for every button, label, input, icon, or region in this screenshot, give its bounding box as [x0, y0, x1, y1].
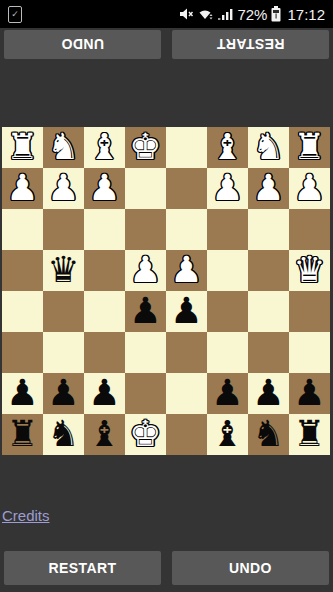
square-d3[interactable]	[166, 209, 207, 250]
square-c2[interactable]: ♟	[207, 168, 248, 209]
square-f2[interactable]: ♟	[84, 168, 125, 209]
piece-bP-d5[interactable]: ♟	[170, 290, 202, 331]
square-d8[interactable]	[166, 414, 207, 455]
square-a2[interactable]: ♟	[289, 168, 330, 209]
piece-bP-a7[interactable]: ♟	[293, 372, 325, 413]
piece-wK-e1[interactable]: ♚	[129, 126, 161, 167]
square-a3[interactable]	[289, 209, 330, 250]
square-g2[interactable]: ♟	[43, 168, 84, 209]
bottom-controls: RESTART UNDO	[0, 551, 333, 585]
square-f6[interactable]	[84, 332, 125, 373]
piece-wP-f2[interactable]: ♟	[88, 167, 120, 208]
square-e6[interactable]	[125, 332, 166, 373]
piece-bR-a8[interactable]: ♜	[293, 413, 325, 454]
square-b1[interactable]: ♞	[248, 127, 289, 168]
top-controls: UNDO RESTART	[0, 30, 333, 59]
piece-wP-b2[interactable]: ♟	[252, 167, 284, 208]
square-b4[interactable]	[248, 250, 289, 291]
notification-checkbox-icon: ✓	[8, 6, 22, 23]
clock-time: 17:12	[287, 6, 325, 23]
square-b7[interactable]: ♟	[248, 373, 289, 414]
wifi-icon	[198, 7, 214, 21]
square-a6[interactable]	[289, 332, 330, 373]
square-f4[interactable]	[84, 250, 125, 291]
undo-button[interactable]: UNDO	[172, 551, 329, 585]
square-d4[interactable]: ♟	[166, 250, 207, 291]
piece-wR-h1[interactable]: ♜	[6, 126, 38, 167]
piece-bN-b8[interactable]: ♞	[252, 413, 284, 454]
square-g3[interactable]	[43, 209, 84, 250]
undo-button-top-rotated[interactable]: UNDO	[4, 30, 161, 59]
square-d5[interactable]: ♟	[166, 291, 207, 332]
square-g1[interactable]: ♞	[43, 127, 84, 168]
piece-wQ-a4[interactable]: ♛	[293, 249, 325, 290]
square-h7[interactable]: ♟	[2, 373, 43, 414]
square-c5[interactable]	[207, 291, 248, 332]
square-e7[interactable]	[125, 373, 166, 414]
square-h1[interactable]: ♜	[2, 127, 43, 168]
square-d7[interactable]	[166, 373, 207, 414]
piece-wP-c2[interactable]: ♟	[211, 167, 243, 208]
square-f7[interactable]: ♟	[84, 373, 125, 414]
square-g6[interactable]	[43, 332, 84, 373]
piece-wP-g2[interactable]: ♟	[47, 167, 79, 208]
mute-icon	[179, 7, 194, 21]
piece-bP-c7[interactable]: ♟	[211, 372, 243, 413]
chess-board: ♜♞♝♚♝♞♜♟♟♟♟♟♟♛♟♟♛♟♟♟♟♟♟♟♟♜♞♝♚♝♞♜	[2, 127, 330, 455]
piece-bP-e5[interactable]: ♟	[129, 290, 161, 331]
battery-percent: 72%	[237, 6, 267, 23]
square-b8[interactable]: ♞	[248, 414, 289, 455]
square-h4[interactable]	[2, 250, 43, 291]
square-d2[interactable]	[166, 168, 207, 209]
square-g5[interactable]	[43, 291, 84, 332]
square-h2[interactable]: ♟	[2, 168, 43, 209]
square-c4[interactable]	[207, 250, 248, 291]
piece-bP-f7[interactable]: ♟	[88, 372, 120, 413]
square-e3[interactable]	[125, 209, 166, 250]
square-c8[interactable]: ♝	[207, 414, 248, 455]
piece-wR-a1[interactable]: ♜	[293, 126, 325, 167]
square-e1[interactable]: ♚	[125, 127, 166, 168]
piece-bP-g7[interactable]: ♟	[47, 372, 79, 413]
piece-bP-h7[interactable]: ♟	[6, 372, 38, 413]
piece-bR-h8[interactable]: ♜	[6, 413, 38, 454]
piece-wP-h2[interactable]: ♟	[6, 167, 38, 208]
restart-button[interactable]: RESTART	[4, 551, 161, 585]
credits-link[interactable]: Credits	[2, 507, 50, 524]
piece-wN-g1[interactable]: ♞	[47, 126, 79, 167]
status-right: 72% 17:12	[179, 6, 325, 23]
square-g4[interactable]: ♛	[43, 250, 84, 291]
piece-wN-b1[interactable]: ♞	[252, 126, 284, 167]
piece-wK-e8[interactable]: ♚	[129, 413, 161, 454]
square-a7[interactable]: ♟	[289, 373, 330, 414]
square-b6[interactable]	[248, 332, 289, 373]
signal-icon	[218, 7, 233, 21]
square-f1[interactable]: ♝	[84, 127, 125, 168]
piece-wB-f1[interactable]: ♝	[88, 126, 120, 167]
square-f5[interactable]	[84, 291, 125, 332]
piece-wP-d4[interactable]: ♟	[170, 249, 202, 290]
square-d1[interactable]	[166, 127, 207, 168]
square-e8[interactable]: ♚	[125, 414, 166, 455]
square-c6[interactable]	[207, 332, 248, 373]
battery-icon	[271, 6, 281, 22]
piece-bB-c8[interactable]: ♝	[211, 413, 243, 454]
square-e2[interactable]	[125, 168, 166, 209]
square-f8[interactable]: ♝	[84, 414, 125, 455]
piece-wP-a2[interactable]: ♟	[293, 167, 325, 208]
piece-bQ-g4[interactable]: ♛	[47, 249, 79, 290]
square-g8[interactable]: ♞	[43, 414, 84, 455]
piece-bN-g8[interactable]: ♞	[47, 413, 79, 454]
square-h6[interactable]	[2, 332, 43, 373]
square-c7[interactable]: ♟	[207, 373, 248, 414]
piece-bB-f8[interactable]: ♝	[88, 413, 120, 454]
status-bar: ✓	[0, 0, 333, 28]
restart-button-top-rotated[interactable]: RESTART	[172, 30, 329, 59]
square-g7[interactable]: ♟	[43, 373, 84, 414]
square-a8[interactable]: ♜	[289, 414, 330, 455]
piece-wB-c1[interactable]: ♝	[211, 126, 243, 167]
square-e5[interactable]: ♟	[125, 291, 166, 332]
square-a5[interactable]	[289, 291, 330, 332]
square-c3[interactable]	[207, 209, 248, 250]
piece-bP-b7[interactable]: ♟	[252, 372, 284, 413]
square-e4[interactable]: ♟	[125, 250, 166, 291]
square-b2[interactable]: ♟	[248, 168, 289, 209]
square-a1[interactable]: ♜	[289, 127, 330, 168]
square-a4[interactable]: ♛	[289, 250, 330, 291]
square-h3[interactable]	[2, 209, 43, 250]
square-c1[interactable]: ♝	[207, 127, 248, 168]
square-b3[interactable]	[248, 209, 289, 250]
app-screen: ✓	[0, 0, 333, 592]
square-d6[interactable]	[166, 332, 207, 373]
status-left: ✓	[8, 6, 22, 23]
square-b5[interactable]	[248, 291, 289, 332]
square-h8[interactable]: ♜	[2, 414, 43, 455]
piece-wP-e4[interactable]: ♟	[129, 249, 161, 290]
square-h5[interactable]	[2, 291, 43, 332]
square-f3[interactable]	[84, 209, 125, 250]
